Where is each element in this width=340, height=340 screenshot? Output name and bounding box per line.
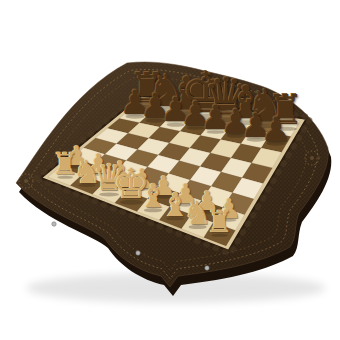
chess-board xyxy=(0,0,340,340)
latch-pin-1 xyxy=(52,222,56,226)
chess-set-product-photo: ♜♞♝♚♟♛♟♝♟♞♟♜♟♟♟♟♟♟♜♟♞♟♛♟♚♟♝♟♝♟♞♜ xyxy=(0,0,340,340)
latch-pin-2 xyxy=(136,251,140,255)
latch-pin-3 xyxy=(205,266,209,270)
